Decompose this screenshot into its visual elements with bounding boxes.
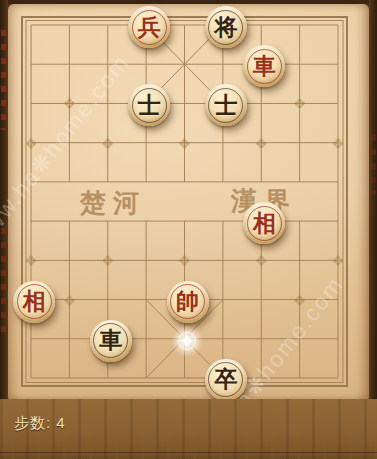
piece-black-general[interactable]: 将 [205, 6, 247, 48]
point-ornament: ❖ [101, 135, 114, 150]
piece-glyph: 車 [99, 328, 122, 351]
piece-glyph: 帥 [176, 289, 199, 312]
left-edge-red-watermark [1, 30, 6, 130]
point-ornament: ❖ [24, 253, 37, 268]
piece-red-general[interactable]: 帥 [167, 281, 209, 323]
point-ornament: ❖ [331, 135, 344, 150]
piece-glyph: 相 [253, 211, 276, 234]
piece-glyph: 相 [23, 289, 46, 312]
piece-red-chariot[interactable]: 車 [243, 45, 285, 87]
point-ornament: ❖ [255, 135, 268, 150]
piece-glyph: 卒 [214, 367, 237, 390]
move-counter-label: 步数: 4 [14, 414, 66, 433]
piece-red-elephant[interactable]: 相 [13, 281, 55, 323]
point-ornament: ❖ [178, 135, 191, 150]
piece-glyph: 士 [138, 93, 161, 116]
piece-black-advisor[interactable]: 士 [128, 84, 170, 126]
piece-black-chariot[interactable]: 車 [90, 320, 132, 362]
xiangqi-board[interactable]: ❖❖❖❖❖❖❖❖❖❖❖❖❖❖兵将車士士相相帥車卒✦ [0, 0, 377, 405]
piece-glyph: 兵 [138, 15, 161, 38]
point-ornament: ❖ [293, 292, 306, 307]
piece-black-advisor[interactable]: 士 [205, 84, 247, 126]
piece-glyph: 車 [253, 54, 276, 77]
point-ornament: ❖ [101, 253, 114, 268]
right-edge-red-watermark [371, 135, 376, 195]
piece-red-soldier[interactable]: 兵 [128, 6, 170, 48]
left-edge-red-watermark [1, 228, 6, 338]
xiangqi-app-screen: 楚河 漢界 ❖❖❖❖❖❖❖❖❖❖❖❖❖❖兵将車士士相相帥車卒✦ www.ha❋h… [0, 0, 377, 459]
point-ornament: ❖ [255, 253, 268, 268]
point-ornament: ❖ [24, 135, 37, 150]
point-ornament: ❖ [178, 253, 191, 268]
piece-glyph: 士 [214, 93, 237, 116]
piece-black-soldier[interactable]: 卒 [205, 359, 247, 401]
sparkle-icon: ✦ [168, 322, 206, 360]
plank-seam [0, 452, 377, 453]
point-ornament: ❖ [63, 292, 76, 307]
point-ornament: ❖ [63, 96, 76, 111]
last-move-marker: ✦ [168, 322, 206, 360]
piece-glyph: 将 [214, 15, 237, 38]
piece-red-elephant[interactable]: 相 [243, 202, 285, 244]
point-ornament: ❖ [331, 253, 344, 268]
point-ornament: ❖ [293, 96, 306, 111]
